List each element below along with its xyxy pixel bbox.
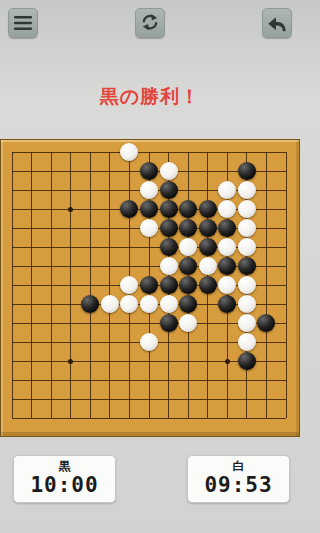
stone-black xyxy=(179,200,197,218)
stone-white xyxy=(238,314,256,332)
black-clock-time: 10:00 xyxy=(14,473,115,497)
stone-black xyxy=(179,257,197,275)
star-point xyxy=(68,359,73,364)
stone-black xyxy=(238,257,256,275)
stone-black xyxy=(238,352,256,370)
stone-black xyxy=(179,219,197,237)
white-clock-label: 白 xyxy=(188,459,289,473)
grid-line-vertical xyxy=(286,152,287,418)
stone-white xyxy=(238,333,256,351)
undo-button[interactable] xyxy=(262,8,292,38)
stone-white xyxy=(218,276,236,294)
stone-white xyxy=(120,143,138,161)
toolbar xyxy=(0,0,300,46)
stone-black xyxy=(199,276,217,294)
stone-black xyxy=(218,257,236,275)
stone-black xyxy=(160,314,178,332)
stone-white xyxy=(238,295,256,313)
stone-white xyxy=(140,295,158,313)
gomoku-board[interactable] xyxy=(0,139,300,437)
refresh-icon xyxy=(140,13,160,33)
grid-line-horizontal xyxy=(12,399,286,400)
stone-white xyxy=(160,162,178,180)
stone-white xyxy=(140,333,158,351)
star-point xyxy=(68,207,73,212)
black-clock-panel: 黒 10:00 xyxy=(13,455,116,503)
stone-black xyxy=(199,200,217,218)
stone-white xyxy=(101,295,119,313)
stone-white xyxy=(140,219,158,237)
stone-black xyxy=(199,219,217,237)
stone-black xyxy=(160,276,178,294)
white-clock-time: 09:53 xyxy=(188,473,289,497)
stone-black xyxy=(81,295,99,313)
menu-button[interactable] xyxy=(8,8,38,38)
stone-black xyxy=(179,276,197,294)
stone-white xyxy=(218,238,236,256)
stone-black xyxy=(160,181,178,199)
stone-white xyxy=(238,181,256,199)
stone-black xyxy=(140,276,158,294)
stone-black xyxy=(218,295,236,313)
stone-black xyxy=(120,200,138,218)
stone-black xyxy=(179,295,197,313)
stone-black xyxy=(140,200,158,218)
stone-white xyxy=(140,181,158,199)
stone-white xyxy=(238,200,256,218)
grid-line-vertical xyxy=(266,152,267,418)
star-point xyxy=(225,359,230,364)
stone-white xyxy=(120,295,138,313)
board-grid xyxy=(12,152,286,418)
stone-black xyxy=(140,162,158,180)
stone-black xyxy=(160,238,178,256)
stone-white xyxy=(179,238,197,256)
stone-white xyxy=(218,181,236,199)
stone-white xyxy=(120,276,138,294)
stone-black xyxy=(160,200,178,218)
stone-white xyxy=(199,257,217,275)
stone-black xyxy=(257,314,275,332)
stone-white xyxy=(218,200,236,218)
undo-arrow-icon xyxy=(267,14,287,32)
grid-line-horizontal xyxy=(12,418,286,419)
stone-white xyxy=(160,295,178,313)
stone-white xyxy=(160,257,178,275)
status-message: 黒の勝利！ xyxy=(0,84,300,110)
stone-black xyxy=(238,162,256,180)
stone-white xyxy=(179,314,197,332)
stone-white xyxy=(238,238,256,256)
stone-white xyxy=(238,276,256,294)
reset-button[interactable] xyxy=(135,8,165,38)
hamburger-menu-icon xyxy=(14,16,32,30)
grid-line-horizontal xyxy=(12,380,286,381)
stone-black xyxy=(218,219,236,237)
stone-black xyxy=(160,219,178,237)
stone-black xyxy=(199,238,217,256)
black-clock-label: 黒 xyxy=(14,459,115,473)
stone-white xyxy=(238,219,256,237)
white-clock-panel: 白 09:53 xyxy=(187,455,290,503)
